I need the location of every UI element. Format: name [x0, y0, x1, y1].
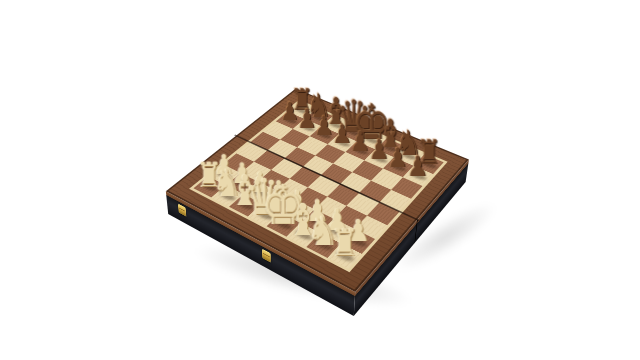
product-photo: Folding wooden chess set photographed at…	[0, 0, 640, 360]
piece-shadow	[316, 131, 333, 141]
piece-shadow	[293, 229, 313, 242]
piece-shadow	[334, 249, 355, 263]
piece-shadow	[288, 205, 308, 217]
piece-shadow	[236, 200, 255, 212]
piece-shadow	[215, 170, 233, 181]
piece-shadow	[389, 162, 408, 173]
piece-shadow	[400, 151, 418, 161]
piece-shadow	[370, 154, 388, 164]
piece-shadow	[314, 239, 335, 252]
piece-shadow	[307, 215, 327, 227]
piece-shadow	[255, 209, 274, 221]
piece-shadow	[294, 106, 311, 115]
piece-shadow	[327, 225, 347, 238]
square-c3	[258, 170, 290, 191]
piece-shadow	[409, 171, 428, 182]
chess-board: ♜♞♝♛♚♝♞♜♟♟♟♟♟♟♟♟♟♟♟♟♟♟♟♟♜♞♝♛♚♝♞♜	[166, 89, 469, 293]
piece-shadow	[218, 190, 237, 201]
square-a1: ♜	[193, 176, 225, 197]
fold-seam-side	[414, 219, 418, 243]
piece-shadow	[333, 138, 351, 148]
piece-shadow	[201, 181, 220, 192]
piece-shadow	[352, 146, 370, 156]
piece-shadow	[420, 159, 439, 169]
piece-shadow	[348, 235, 369, 248]
piece-shadow	[381, 143, 399, 153]
brass-latch-center-icon	[262, 248, 271, 262]
piece-shadow	[269, 196, 288, 208]
piece-shadow	[233, 178, 252, 189]
piece-shadow	[345, 128, 362, 137]
piece-shadow	[282, 116, 299, 125]
square-f6	[352, 160, 383, 180]
piece-shadow	[363, 135, 381, 145]
square-g6	[371, 169, 402, 190]
piece-shadow	[299, 123, 316, 132]
piece-shadow	[274, 219, 294, 231]
photo-scene: ♜♞♝♛♚♝♞♜♟♟♟♟♟♟♟♟♟♟♟♟♟♟♟♟♜♞♝♛♚♝♞♜	[0, 0, 640, 360]
piece-shadow	[311, 113, 328, 122]
brass-latch-left-icon	[178, 204, 187, 217]
piece-shadow	[251, 187, 270, 198]
piece-shadow	[328, 120, 345, 129]
